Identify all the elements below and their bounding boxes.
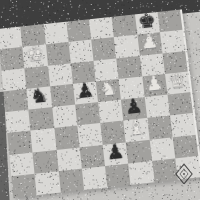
square-a3[interactable] <box>7 131 32 155</box>
square-c1[interactable] <box>58 168 84 192</box>
square-a5[interactable] <box>3 89 28 112</box>
square-c4[interactable] <box>52 105 77 129</box>
square-f6[interactable] <box>116 55 141 78</box>
white-pawn: ♟ <box>139 31 159 52</box>
square-c8[interactable] <box>43 22 68 45</box>
square-f8[interactable] <box>112 14 137 37</box>
square-g7[interactable]: ♟ <box>137 32 162 55</box>
black-pawn: ♟ <box>105 140 125 162</box>
square-g5[interactable]: ♟ <box>142 74 168 97</box>
square-c5[interactable] <box>50 84 75 107</box>
white-queen: ♛ <box>167 70 187 92</box>
square-d1[interactable] <box>82 166 108 190</box>
square-c7[interactable] <box>45 42 70 65</box>
square-g3[interactable] <box>147 116 173 140</box>
chess-board: ♚♚♟♞♟♞♟♛♟♝♟ <box>0 9 200 197</box>
square-e5[interactable]: ♞ <box>96 79 121 102</box>
square-f1[interactable] <box>128 161 154 185</box>
square-a6[interactable] <box>2 68 27 91</box>
square-d2[interactable] <box>79 144 105 168</box>
square-c6[interactable] <box>48 63 73 86</box>
square-h2[interactable] <box>172 134 198 158</box>
white-pawn: ♟ <box>144 72 164 94</box>
square-h8[interactable] <box>157 10 182 33</box>
black-pawn: ♟ <box>75 80 95 102</box>
square-a8[interactable] <box>0 27 23 50</box>
square-e2[interactable]: ♟ <box>103 142 129 166</box>
square-h7[interactable] <box>160 30 185 53</box>
square-h4[interactable] <box>167 92 193 116</box>
black-knight: ♞ <box>29 85 49 107</box>
square-h5[interactable]: ♛ <box>165 71 191 94</box>
square-a1[interactable] <box>11 174 37 198</box>
square-b1[interactable] <box>35 171 61 195</box>
square-e4[interactable] <box>98 100 123 124</box>
square-d5[interactable]: ♟ <box>73 81 98 104</box>
square-b5[interactable]: ♞ <box>27 86 52 109</box>
square-e1[interactable] <box>105 163 131 187</box>
square-e8[interactable] <box>89 17 114 40</box>
square-d8[interactable] <box>66 19 91 42</box>
white-king: ♚ <box>25 43 45 64</box>
square-a4[interactable] <box>5 110 30 134</box>
photo-scene: ♚♚♟♞♟♞♟♛♟♝♟ <box>0 0 200 200</box>
square-c2[interactable] <box>56 147 82 171</box>
square-d7[interactable] <box>68 40 93 63</box>
square-a7[interactable] <box>0 47 25 70</box>
square-c3[interactable] <box>54 126 79 150</box>
white-bishop: ♝ <box>126 117 146 139</box>
square-g4[interactable] <box>144 95 170 119</box>
square-d4[interactable] <box>75 102 100 126</box>
square-b7[interactable]: ♚ <box>23 45 48 68</box>
square-a2[interactable] <box>9 152 34 176</box>
square-b3[interactable] <box>31 128 56 152</box>
square-h3[interactable] <box>170 113 196 137</box>
square-e7[interactable] <box>91 37 116 60</box>
square-d3[interactable] <box>77 123 103 147</box>
square-b2[interactable] <box>33 150 58 174</box>
square-b4[interactable] <box>29 107 54 131</box>
square-f3[interactable]: ♝ <box>123 118 149 142</box>
square-f2[interactable] <box>126 139 152 163</box>
square-g1[interactable] <box>152 158 178 182</box>
square-g2[interactable] <box>149 137 175 161</box>
square-f7[interactable] <box>114 35 139 58</box>
white-knight: ♞ <box>98 77 118 99</box>
diamond-logo-icon <box>175 162 193 186</box>
